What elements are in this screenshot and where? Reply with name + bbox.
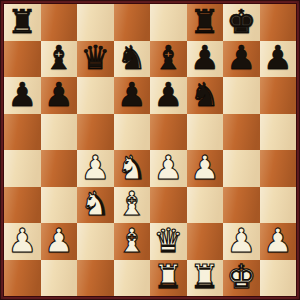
square-f1[interactable]: ♜ — [187, 260, 224, 297]
square-d7[interactable]: ♞ — [114, 41, 151, 78]
square-a4[interactable] — [4, 150, 41, 187]
square-g5[interactable] — [223, 114, 260, 151]
square-h5[interactable] — [260, 114, 297, 151]
square-a2[interactable]: ♟ — [4, 223, 41, 260]
square-e1[interactable]: ♜ — [150, 260, 187, 297]
piece-black-king-g8[interactable]: ♚ — [226, 5, 256, 38]
square-f4[interactable]: ♟ — [187, 150, 224, 187]
square-e6[interactable]: ♟ — [150, 77, 187, 114]
piece-black-pawn-e6[interactable]: ♟ — [153, 78, 183, 111]
piece-white-pawn-f4[interactable]: ♟ — [190, 151, 220, 184]
square-a5[interactable] — [4, 114, 41, 151]
piece-white-king-g1[interactable]: ♚ — [226, 260, 256, 293]
square-c7[interactable]: ♛ — [77, 41, 114, 78]
piece-white-bishop-d2[interactable]: ♝ — [117, 224, 147, 257]
square-a3[interactable] — [4, 187, 41, 224]
square-a8[interactable]: ♜ — [4, 4, 41, 41]
square-g1[interactable]: ♚ — [223, 260, 260, 297]
square-c6[interactable] — [77, 77, 114, 114]
square-b7[interactable]: ♝ — [41, 41, 78, 78]
square-c4[interactable]: ♟ — [77, 150, 114, 187]
square-b4[interactable] — [41, 150, 78, 187]
piece-white-pawn-b2[interactable]: ♟ — [44, 224, 74, 257]
piece-black-pawn-b6[interactable]: ♟ — [44, 78, 74, 111]
square-h4[interactable] — [260, 150, 297, 187]
square-h8[interactable] — [260, 4, 297, 41]
square-h6[interactable] — [260, 77, 297, 114]
square-f3[interactable] — [187, 187, 224, 224]
square-f7[interactable]: ♟ — [187, 41, 224, 78]
square-f2[interactable] — [187, 223, 224, 260]
piece-white-pawn-c4[interactable]: ♟ — [80, 151, 110, 184]
piece-white-queen-e2[interactable]: ♛ — [153, 224, 183, 257]
square-f8[interactable]: ♜ — [187, 4, 224, 41]
square-g8[interactable]: ♚ — [223, 4, 260, 41]
square-c1[interactable] — [77, 260, 114, 297]
square-b3[interactable] — [41, 187, 78, 224]
square-b1[interactable] — [41, 260, 78, 297]
piece-black-rook-a8[interactable]: ♜ — [7, 5, 37, 38]
piece-white-pawn-g2[interactable]: ♟ — [226, 224, 256, 257]
square-a7[interactable] — [4, 41, 41, 78]
square-h1[interactable] — [260, 260, 297, 297]
piece-white-pawn-h2[interactable]: ♟ — [263, 224, 293, 257]
square-e5[interactable] — [150, 114, 187, 151]
square-d1[interactable] — [114, 260, 151, 297]
piece-black-pawn-h7[interactable]: ♟ — [263, 41, 293, 74]
square-a1[interactable] — [4, 260, 41, 297]
piece-black-pawn-a6[interactable]: ♟ — [7, 78, 37, 111]
piece-black-rook-f8[interactable]: ♜ — [190, 5, 220, 38]
square-g3[interactable] — [223, 187, 260, 224]
piece-black-knight-f6[interactable]: ♞ — [190, 78, 220, 111]
chess-board: ♜♜♚♝♛♞♝♟♟♟♟♟♟♟♞♟♞♟♟♞♝♟♟♝♛♟♟♜♜♚ — [4, 4, 296, 296]
square-f6[interactable]: ♞ — [187, 77, 224, 114]
square-a6[interactable]: ♟ — [4, 77, 41, 114]
square-c2[interactable] — [77, 223, 114, 260]
square-b2[interactable]: ♟ — [41, 223, 78, 260]
square-g7[interactable]: ♟ — [223, 41, 260, 78]
board-frame: ♜♜♚♝♛♞♝♟♟♟♟♟♟♟♞♟♞♟♟♞♝♟♟♝♛♟♟♜♜♚ — [0, 0, 300, 300]
square-d8[interactable] — [114, 4, 151, 41]
piece-black-pawn-d6[interactable]: ♟ — [117, 78, 147, 111]
square-e2[interactable]: ♛ — [150, 223, 187, 260]
piece-black-pawn-f7[interactable]: ♟ — [190, 41, 220, 74]
piece-black-pawn-g7[interactable]: ♟ — [226, 41, 256, 74]
square-e3[interactable] — [150, 187, 187, 224]
piece-white-knight-d4[interactable]: ♞ — [117, 151, 147, 184]
piece-white-rook-e1[interactable]: ♜ — [153, 260, 183, 293]
square-d3[interactable]: ♝ — [114, 187, 151, 224]
square-c3[interactable]: ♞ — [77, 187, 114, 224]
square-h7[interactable]: ♟ — [260, 41, 297, 78]
square-b5[interactable] — [41, 114, 78, 151]
square-c8[interactable] — [77, 4, 114, 41]
piece-white-rook-f1[interactable]: ♜ — [190, 260, 220, 293]
square-e4[interactable]: ♟ — [150, 150, 187, 187]
piece-black-bishop-b7[interactable]: ♝ — [44, 41, 74, 74]
square-d5[interactable] — [114, 114, 151, 151]
square-g6[interactable] — [223, 77, 260, 114]
square-d6[interactable]: ♟ — [114, 77, 151, 114]
square-b6[interactable]: ♟ — [41, 77, 78, 114]
square-h3[interactable] — [260, 187, 297, 224]
piece-black-queen-c7[interactable]: ♛ — [80, 41, 110, 74]
piece-white-pawn-a2[interactable]: ♟ — [7, 224, 37, 257]
square-e7[interactable]: ♝ — [150, 41, 187, 78]
piece-white-knight-c3[interactable]: ♞ — [80, 187, 110, 220]
square-f5[interactable] — [187, 114, 224, 151]
piece-white-bishop-d3[interactable]: ♝ — [117, 187, 147, 220]
square-b8[interactable] — [41, 4, 78, 41]
square-e8[interactable] — [150, 4, 187, 41]
piece-black-bishop-e7[interactable]: ♝ — [153, 41, 183, 74]
square-g2[interactable]: ♟ — [223, 223, 260, 260]
square-h2[interactable]: ♟ — [260, 223, 297, 260]
square-c5[interactable] — [77, 114, 114, 151]
square-g4[interactable] — [223, 150, 260, 187]
piece-white-pawn-e4[interactable]: ♟ — [153, 151, 183, 184]
piece-black-knight-d7[interactable]: ♞ — [117, 41, 147, 74]
square-d4[interactable]: ♞ — [114, 150, 151, 187]
square-d2[interactable]: ♝ — [114, 223, 151, 260]
